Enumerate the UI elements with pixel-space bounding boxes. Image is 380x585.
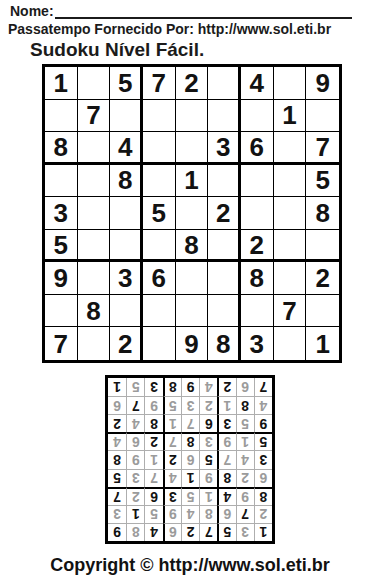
cell-r8c4[interactable] <box>143 295 176 328</box>
solution-cell-r9c8: 5 <box>126 378 144 396</box>
solution-cell-r1c1: 1 <box>254 523 272 541</box>
cell-r2c1[interactable] <box>45 100 78 133</box>
solution-cell-r8c3: 1 <box>217 396 235 414</box>
solution-cell-r6c4: 3 <box>199 432 217 450</box>
cell-r2c5[interactable] <box>176 100 209 133</box>
cell-r6c3[interactable] <box>110 230 143 263</box>
solution-cell-r3c8: 2 <box>126 487 144 505</box>
cell-r2c9[interactable] <box>306 100 339 133</box>
solution-cell-r6c7: 2 <box>144 432 162 450</box>
solution-cell-r1c6: 6 <box>163 523 181 541</box>
cell-r9c7: 3 <box>241 327 274 360</box>
cell-r6c8[interactable] <box>274 230 307 263</box>
cell-r6c2[interactable] <box>78 230 111 263</box>
solution-cell-r6c5: 8 <box>181 432 199 450</box>
solution-cell-r9c9: 1 <box>108 378 126 396</box>
cell-r9c1: 7 <box>45 327 78 360</box>
cell-r1c3: 5 <box>110 67 143 100</box>
cell-r3c3: 4 <box>110 132 143 165</box>
solution-cell-r3c5: 5 <box>181 487 199 505</box>
solution-cell-r9c7: 3 <box>144 378 162 396</box>
cell-r6c1: 5 <box>45 230 78 263</box>
cell-r7c5[interactable] <box>176 262 209 295</box>
solution-cell-r3c1: 8 <box>254 487 272 505</box>
solution-cell-r6c8: 6 <box>126 432 144 450</box>
cell-r3c9: 7 <box>306 132 339 165</box>
page-title: Sudoku Nível Fácil. <box>30 39 204 61</box>
cell-r3c7: 6 <box>241 132 274 165</box>
solution-cell-r2c4: 8 <box>199 505 217 523</box>
cell-r6c6[interactable] <box>208 230 241 263</box>
solution-cell-r3c4: 1 <box>199 487 217 505</box>
cell-r1c6[interactable] <box>208 67 241 100</box>
cell-r4c5: 1 <box>176 165 209 198</box>
cell-r9c2[interactable] <box>78 327 111 360</box>
cell-r9c4[interactable] <box>143 327 176 360</box>
solution-cell-r8c7: 9 <box>144 396 162 414</box>
cell-r2c8: 1 <box>274 100 307 133</box>
cell-r5c6: 2 <box>208 197 241 230</box>
name-label: Nome: <box>10 3 54 19</box>
cell-r8c7[interactable] <box>241 295 274 328</box>
solution-cell-r3c6: 3 <box>163 487 181 505</box>
cell-r4c1[interactable] <box>45 165 78 198</box>
copyright-text: Copyright © http://www.sol.eti.br <box>0 555 380 576</box>
cell-r7c7: 8 <box>241 262 274 295</box>
solution-cell-r1c7: 4 <box>144 523 162 541</box>
cell-r9c6: 8 <box>208 327 241 360</box>
solution-cell-r6c9: 4 <box>108 432 126 450</box>
solution-cell-r4c7: 7 <box>144 469 162 487</box>
solution-cell-r4c6: 4 <box>163 469 181 487</box>
cell-r1c1: 1 <box>45 67 78 100</box>
solution-cell-r2c3: 6 <box>217 505 235 523</box>
cell-r8c5[interactable] <box>176 295 209 328</box>
solution-cell-r5c3: 7 <box>217 450 235 468</box>
solution-cell-r5c5: 6 <box>181 450 199 468</box>
cell-r6c4[interactable] <box>143 230 176 263</box>
cell-r7c9: 2 <box>306 262 339 295</box>
solution-cell-r5c9: 8 <box>108 450 126 468</box>
solution-cell-r5c7: 1 <box>144 450 162 468</box>
cell-r2c2: 7 <box>78 100 111 133</box>
solution-cell-r2c5: 4 <box>181 505 199 523</box>
solution-cell-r1c4: 7 <box>199 523 217 541</box>
solution-cell-r1c5: 2 <box>181 523 199 541</box>
solution-grid-upside-down: 1357264892768495138941536276289147353475… <box>105 375 275 544</box>
cell-r4c8[interactable] <box>274 165 307 198</box>
solution-cell-r9c2: 6 <box>236 378 254 396</box>
solution-cell-r2c8: 1 <box>126 505 144 523</box>
cell-r6c9[interactable] <box>306 230 339 263</box>
cell-r9c5: 9 <box>176 327 209 360</box>
cell-r5c7[interactable] <box>241 197 274 230</box>
solution-cell-r7c1: 9 <box>254 414 272 432</box>
cell-r8c3[interactable] <box>110 295 143 328</box>
cell-r1c4: 7 <box>143 67 176 100</box>
cell-r3c5[interactable] <box>176 132 209 165</box>
cell-r3c1: 8 <box>45 132 78 165</box>
solution-cell-r4c2: 2 <box>236 469 254 487</box>
cell-r5c4: 5 <box>143 197 176 230</box>
solution-cell-r1c2: 3 <box>236 523 254 541</box>
cell-r3c2[interactable] <box>78 132 111 165</box>
solution-cell-r3c7: 6 <box>144 487 162 505</box>
solution-cell-r7c2: 5 <box>236 414 254 432</box>
solution-cell-r4c5: 1 <box>181 469 199 487</box>
solution-cell-r4c8: 3 <box>126 469 144 487</box>
cell-r7c8[interactable] <box>274 262 307 295</box>
cell-r5c8[interactable] <box>274 197 307 230</box>
solution-cell-r8c1: 4 <box>254 396 272 414</box>
solution-cell-r8c5: 3 <box>181 396 199 414</box>
worksheet-page: Nome: Passatempo Fornecido Por: http://w… <box>0 0 380 585</box>
cell-r7c6[interactable] <box>208 262 241 295</box>
cell-r2c3[interactable] <box>110 100 143 133</box>
solution-cell-r5c6: 2 <box>163 450 181 468</box>
solution-cell-r9c6: 8 <box>163 378 181 396</box>
cell-r9c3: 2 <box>110 327 143 360</box>
cell-r4c2[interactable] <box>78 165 111 198</box>
solution-cell-r2c1: 2 <box>254 505 272 523</box>
solution-cell-r2c6: 9 <box>163 505 181 523</box>
solution-cell-r7c7: 8 <box>144 414 162 432</box>
cell-r1c7: 4 <box>241 67 274 100</box>
cell-r1c2[interactable] <box>78 67 111 100</box>
solution-cell-r4c9: 5 <box>108 469 126 487</box>
solution-cell-r7c6: 1 <box>163 414 181 432</box>
provider-line: Passatempo Fornecido Por: http://www.sol… <box>8 21 331 37</box>
cell-r2c7[interactable] <box>241 100 274 133</box>
cell-r3c4[interactable] <box>143 132 176 165</box>
cell-r8c2: 8 <box>78 295 111 328</box>
cell-r8c1[interactable] <box>45 295 78 328</box>
solution-cell-r3c3: 4 <box>217 487 235 505</box>
solution-cell-r2c7: 5 <box>144 505 162 523</box>
cell-r6c5: 8 <box>176 230 209 263</box>
solution-cell-r8c6: 5 <box>163 396 181 414</box>
cell-r9c8[interactable] <box>274 327 307 360</box>
cell-r8c6[interactable] <box>208 295 241 328</box>
solution-cell-r6c6: 7 <box>163 432 181 450</box>
solution-cell-r9c3: 2 <box>217 378 235 396</box>
name-fill-in-line[interactable] <box>55 3 352 19</box>
cell-r5c2[interactable] <box>78 197 111 230</box>
cell-r1c9: 9 <box>306 67 339 100</box>
solution-cell-r7c5: 7 <box>181 414 199 432</box>
cell-r4c3: 8 <box>110 165 143 198</box>
cell-r2c4[interactable] <box>143 100 176 133</box>
solution-cell-r7c4: 6 <box>199 414 217 432</box>
solution-cell-r5c1: 3 <box>254 450 272 468</box>
cell-r1c5: 2 <box>176 67 209 100</box>
cell-r3c8[interactable] <box>274 132 307 165</box>
cell-r4c6[interactable] <box>208 165 241 198</box>
solution-cell-r3c9: 7 <box>108 487 126 505</box>
cell-r5c3[interactable] <box>110 197 143 230</box>
cell-r7c1: 9 <box>45 262 78 295</box>
solution-cell-r7c8: 4 <box>126 414 144 432</box>
solution-cell-r5c4: 5 <box>199 450 217 468</box>
solution-cell-r6c2: 1 <box>236 432 254 450</box>
cell-r5c1: 3 <box>45 197 78 230</box>
cell-r3c6: 3 <box>208 132 241 165</box>
cell-r7c3: 3 <box>110 262 143 295</box>
cell-r6c7: 2 <box>241 230 274 263</box>
solution-cell-r2c9: 3 <box>108 505 126 523</box>
solution-cell-r6c1: 5 <box>254 432 272 450</box>
solution-cell-r4c3: 8 <box>217 469 235 487</box>
solution-cell-r2c2: 7 <box>236 505 254 523</box>
cell-r7c2[interactable] <box>78 262 111 295</box>
solution-cell-r7c9: 2 <box>108 414 126 432</box>
cell-r2c6[interactable] <box>208 100 241 133</box>
solution-cell-r3c2: 9 <box>236 487 254 505</box>
solution-cell-r1c3: 5 <box>217 523 235 541</box>
cell-r8c8: 7 <box>274 295 307 328</box>
cell-r4c7[interactable] <box>241 165 274 198</box>
solution-cell-r8c2: 8 <box>236 396 254 414</box>
cell-r5c9: 8 <box>306 197 339 230</box>
cell-r8c9[interactable] <box>306 295 339 328</box>
solution-cell-r4c4: 9 <box>199 469 217 487</box>
name-row: Nome: <box>10 3 352 19</box>
solution-cell-r5c8: 9 <box>126 450 144 468</box>
cell-r1c8[interactable] <box>274 67 307 100</box>
sudoku-grid: 157249718436781535285829368287729831 <box>42 64 342 363</box>
solution-cell-r1c8: 8 <box>126 523 144 541</box>
solution-cell-r1c9: 9 <box>108 523 126 541</box>
solution-cell-r9c5: 9 <box>181 378 199 396</box>
solution-cell-r9c4: 4 <box>199 378 217 396</box>
solution-cell-r4c1: 6 <box>254 469 272 487</box>
solution-cell-r5c2: 4 <box>236 450 254 468</box>
solution-cell-r7c3: 3 <box>217 414 235 432</box>
cell-r4c9: 5 <box>306 165 339 198</box>
cell-r7c4: 6 <box>143 262 176 295</box>
cell-r9c9: 1 <box>306 327 339 360</box>
solution-cell-r6c3: 9 <box>217 432 235 450</box>
cell-r5c5[interactable] <box>176 197 209 230</box>
solution-cell-r9c1: 7 <box>254 378 272 396</box>
solution-cell-r8c9: 6 <box>108 396 126 414</box>
cell-r4c4[interactable] <box>143 165 176 198</box>
solution-cell-r8c4: 2 <box>199 396 217 414</box>
solution-cell-r8c8: 7 <box>126 396 144 414</box>
